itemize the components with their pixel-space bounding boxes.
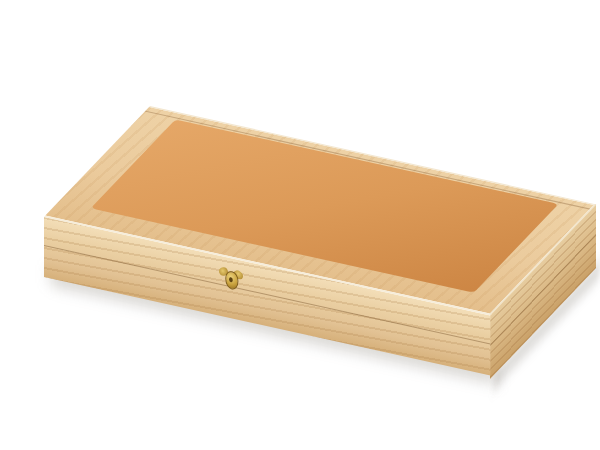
brass-clasp [219,266,243,293]
product-photo [0,0,600,450]
clasp-keyhole [229,277,233,283]
